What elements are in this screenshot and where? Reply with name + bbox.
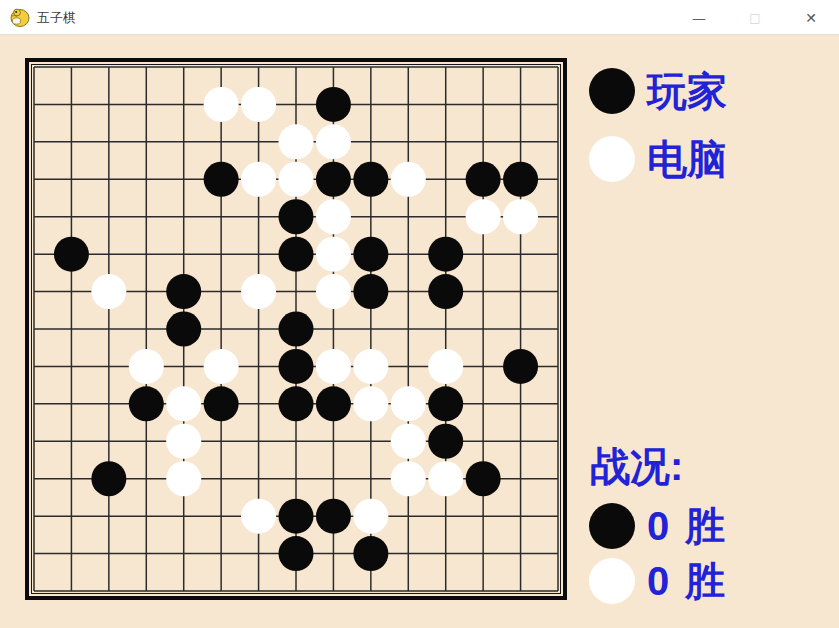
stone-black — [353, 536, 388, 571]
stone-white — [166, 424, 201, 459]
stone-black — [279, 536, 314, 571]
stone-black — [91, 461, 126, 496]
stone-black — [316, 87, 351, 122]
stone-white — [129, 349, 164, 384]
stone-white — [279, 162, 314, 197]
stone-black — [428, 237, 463, 272]
stone-white — [316, 274, 351, 309]
stone-black — [353, 162, 388, 197]
white-wins-label: 胜 — [685, 561, 725, 601]
stone-black — [428, 274, 463, 309]
stone-black — [279, 499, 314, 534]
score-white-row: 0 胜 — [589, 558, 725, 604]
app-icon — [9, 6, 31, 28]
board — [25, 58, 567, 600]
stone-white — [353, 499, 388, 534]
stone-white — [241, 499, 276, 534]
stone-white — [279, 124, 314, 159]
board-inner-frame — [31, 64, 561, 594]
stone-black — [166, 312, 201, 347]
stone-white — [316, 237, 351, 272]
stone-black — [316, 386, 351, 421]
stone-black — [316, 499, 351, 534]
stone-white — [316, 124, 351, 159]
legend-computer-row: 电脑 — [589, 136, 727, 182]
stone-black — [503, 162, 538, 197]
stone-black — [353, 237, 388, 272]
window-title: 五子棋 — [37, 0, 76, 35]
stone-white — [391, 386, 426, 421]
stone-black — [279, 312, 314, 347]
stone-white — [391, 424, 426, 459]
stone-white — [316, 349, 351, 384]
score-title: 战况: — [590, 446, 683, 486]
stone-black — [166, 274, 201, 309]
stone-black — [466, 162, 501, 197]
stone-black — [204, 386, 239, 421]
stone-black — [353, 274, 388, 309]
stone-black — [316, 162, 351, 197]
white-score-swatch — [589, 558, 635, 604]
stone-black — [279, 199, 314, 234]
stone-white — [241, 274, 276, 309]
stone-white — [166, 386, 201, 421]
stone-white — [391, 162, 426, 197]
minimize-button[interactable]: — — [671, 0, 727, 35]
stone-white — [466, 199, 501, 234]
stone-black — [279, 237, 314, 272]
white-stone-swatch — [589, 136, 635, 182]
score-black-row: 0 胜 — [589, 503, 725, 549]
maximize-button[interactable]: □ — [727, 0, 783, 35]
stone-white — [91, 274, 126, 309]
legend-player-row: 玩家 — [589, 68, 727, 114]
stone-white — [241, 162, 276, 197]
close-button[interactable]: ✕ — [783, 0, 839, 35]
white-wins-count: 0 — [647, 561, 669, 601]
content-area: 玩家 电脑 战况: 0 胜 0 胜 — [0, 36, 839, 628]
stone-black — [129, 386, 164, 421]
black-stone-swatch — [589, 68, 635, 114]
stone-white — [241, 87, 276, 122]
stone-white — [204, 87, 239, 122]
black-wins-label: 胜 — [685, 506, 725, 546]
stone-white — [316, 199, 351, 234]
titlebar: 五子棋 — □ ✕ — [0, 0, 839, 35]
stone-white — [353, 349, 388, 384]
stone-black — [428, 386, 463, 421]
window-controls: — □ ✕ — [671, 0, 839, 35]
stone-white — [428, 461, 463, 496]
board-canvas[interactable] — [34, 67, 558, 591]
stone-white — [204, 349, 239, 384]
player-label: 玩家 — [647, 71, 727, 111]
black-wins-count: 0 — [647, 506, 669, 546]
stone-white — [391, 461, 426, 496]
stone-white — [503, 199, 538, 234]
stone-black — [466, 461, 501, 496]
computer-label: 电脑 — [647, 139, 727, 179]
board-grid — [34, 67, 558, 591]
stone-black — [279, 386, 314, 421]
stone-black — [204, 162, 239, 197]
stone-black — [428, 424, 463, 459]
stone-white — [428, 349, 463, 384]
stone-white — [166, 461, 201, 496]
black-score-swatch — [589, 503, 635, 549]
stone-black — [279, 349, 314, 384]
stone-black — [503, 349, 538, 384]
app-window: 五子棋 — □ ✕ 玩家 电脑 战况: 0 — [0, 0, 839, 628]
stone-white — [353, 386, 388, 421]
stone-black — [54, 237, 89, 272]
